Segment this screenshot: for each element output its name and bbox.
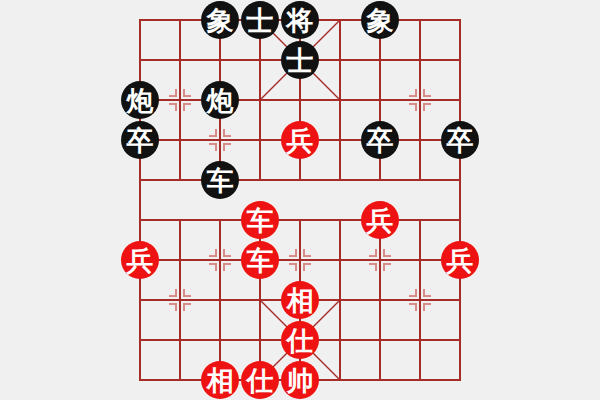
board-point[interactable]: 兵 bbox=[280, 120, 320, 160]
board-point[interactable] bbox=[320, 40, 360, 80]
board-point[interactable] bbox=[160, 160, 200, 200]
board-point[interactable] bbox=[200, 240, 240, 280]
board-point[interactable] bbox=[320, 360, 360, 400]
piece-black-chariot[interactable]: 车 bbox=[201, 161, 239, 199]
board-point[interactable] bbox=[200, 120, 240, 160]
board-point[interactable]: 兵 bbox=[440, 240, 480, 280]
board-point[interactable]: 卒 bbox=[360, 120, 400, 160]
board-point[interactable] bbox=[400, 240, 440, 280]
board-point[interactable] bbox=[360, 280, 400, 320]
piece-red-general[interactable]: 帅 bbox=[281, 361, 319, 399]
board-point[interactable]: 象 bbox=[360, 0, 400, 40]
board-point[interactable] bbox=[440, 40, 480, 80]
board-point[interactable] bbox=[160, 80, 200, 120]
piece-red-advisor[interactable]: 仕 bbox=[281, 321, 319, 359]
board-point[interactable]: 炮 bbox=[200, 80, 240, 120]
board-point[interactable] bbox=[440, 160, 480, 200]
board-point[interactable] bbox=[280, 80, 320, 120]
board-point[interactable] bbox=[400, 200, 440, 240]
board-point[interactable] bbox=[320, 120, 360, 160]
board-point[interactable] bbox=[440, 320, 480, 360]
board-point[interactable] bbox=[160, 0, 200, 40]
board-point[interactable] bbox=[120, 200, 160, 240]
board-point[interactable] bbox=[400, 280, 440, 320]
piece-black-general[interactable]: 将 bbox=[281, 1, 319, 39]
board-point[interactable] bbox=[440, 280, 480, 320]
board-point[interactable] bbox=[160, 120, 200, 160]
piece-black-cannon[interactable]: 炮 bbox=[121, 81, 159, 119]
board-point[interactable] bbox=[320, 160, 360, 200]
board-point[interactable] bbox=[360, 360, 400, 400]
board-points-grid: 象士将象士炮炮卒兵卒卒车车兵兵车兵相仕相仕帅 bbox=[120, 0, 480, 400]
board-point[interactable] bbox=[160, 360, 200, 400]
piece-red-elephant[interactable]: 相 bbox=[201, 361, 239, 399]
board-point[interactable]: 相 bbox=[280, 280, 320, 320]
piece-red-pawn[interactable]: 兵 bbox=[121, 241, 159, 279]
board-point[interactable] bbox=[160, 40, 200, 80]
piece-black-pawn[interactable]: 卒 bbox=[441, 121, 479, 159]
board-point[interactable]: 车 bbox=[200, 160, 240, 200]
board-point[interactable] bbox=[400, 320, 440, 360]
board-point[interactable] bbox=[120, 320, 160, 360]
piece-red-pawn[interactable]: 兵 bbox=[281, 121, 319, 159]
board-point[interactable] bbox=[400, 360, 440, 400]
board-point[interactable]: 相 bbox=[200, 360, 240, 400]
board-point[interactable] bbox=[440, 0, 480, 40]
board-point[interactable] bbox=[400, 120, 440, 160]
board-point[interactable] bbox=[240, 40, 280, 80]
board-point[interactable] bbox=[200, 320, 240, 360]
board-point[interactable]: 象 bbox=[200, 0, 240, 40]
board-point[interactable] bbox=[160, 200, 200, 240]
board-point[interactable] bbox=[120, 360, 160, 400]
board-point[interactable] bbox=[280, 160, 320, 200]
board-point[interactable] bbox=[240, 320, 280, 360]
piece-red-advisor[interactable]: 仕 bbox=[241, 361, 279, 399]
board-point[interactable]: 车 bbox=[240, 200, 280, 240]
board-point[interactable] bbox=[320, 320, 360, 360]
piece-black-cannon[interactable]: 炮 bbox=[201, 81, 239, 119]
piece-black-elephant[interactable]: 象 bbox=[201, 1, 239, 39]
board-point[interactable]: 士 bbox=[280, 40, 320, 80]
board-point[interactable] bbox=[160, 280, 200, 320]
board-point[interactable] bbox=[360, 40, 400, 80]
piece-black-advisor[interactable]: 士 bbox=[281, 41, 319, 79]
board-point[interactable] bbox=[320, 280, 360, 320]
board-point[interactable] bbox=[240, 80, 280, 120]
board-point[interactable] bbox=[360, 240, 400, 280]
board-point[interactable] bbox=[320, 80, 360, 120]
board-point[interactable]: 士 bbox=[240, 0, 280, 40]
board-point[interactable] bbox=[120, 280, 160, 320]
board-point[interactable] bbox=[400, 0, 440, 40]
board-point[interactable] bbox=[240, 160, 280, 200]
board-point[interactable]: 炮 bbox=[120, 80, 160, 120]
board-point[interactable]: 兵 bbox=[120, 240, 160, 280]
board-point[interactable] bbox=[200, 200, 240, 240]
piece-black-pawn[interactable]: 卒 bbox=[361, 121, 399, 159]
piece-red-pawn[interactable]: 兵 bbox=[361, 201, 399, 239]
board-point[interactable] bbox=[360, 160, 400, 200]
board-point[interactable] bbox=[120, 40, 160, 80]
piece-black-elephant[interactable]: 象 bbox=[361, 1, 399, 39]
board-point[interactable]: 仕 bbox=[280, 320, 320, 360]
board-point[interactable] bbox=[360, 80, 400, 120]
board-point[interactable] bbox=[320, 200, 360, 240]
board-point[interactable] bbox=[280, 240, 320, 280]
board-point[interactable] bbox=[160, 320, 200, 360]
board-point[interactable] bbox=[280, 200, 320, 240]
board-point[interactable] bbox=[400, 160, 440, 200]
board-point[interactable]: 兵 bbox=[360, 200, 400, 240]
board-point[interactable] bbox=[240, 280, 280, 320]
piece-red-pawn[interactable]: 兵 bbox=[441, 241, 479, 279]
board-point[interactable] bbox=[320, 0, 360, 40]
board-point[interactable]: 仕 bbox=[240, 360, 280, 400]
board-point[interactable] bbox=[200, 280, 240, 320]
board-point[interactable]: 车 bbox=[240, 240, 280, 280]
board-point[interactable] bbox=[360, 320, 400, 360]
board-point[interactable] bbox=[120, 0, 160, 40]
board-point[interactable] bbox=[240, 120, 280, 160]
piece-black-advisor[interactable]: 士 bbox=[241, 1, 279, 39]
board-point[interactable] bbox=[320, 240, 360, 280]
board-point[interactable] bbox=[120, 160, 160, 200]
board-point[interactable] bbox=[440, 80, 480, 120]
board-point[interactable] bbox=[440, 360, 480, 400]
piece-red-chariot[interactable]: 车 bbox=[241, 201, 279, 239]
board-point[interactable] bbox=[440, 200, 480, 240]
piece-red-chariot[interactable]: 车 bbox=[241, 241, 279, 279]
board-point[interactable] bbox=[200, 40, 240, 80]
piece-red-elephant[interactable]: 相 bbox=[281, 281, 319, 319]
piece-black-pawn[interactable]: 卒 bbox=[121, 121, 159, 159]
board-point[interactable]: 将 bbox=[280, 0, 320, 40]
board-point[interactable]: 卒 bbox=[440, 120, 480, 160]
board-point[interactable] bbox=[400, 40, 440, 80]
xiangqi-board: 象士将象士炮炮卒兵卒卒车车兵兵车兵相仕相仕帅 bbox=[0, 0, 600, 400]
board-point[interactable] bbox=[400, 80, 440, 120]
board-point[interactable]: 帅 bbox=[280, 360, 320, 400]
board-point[interactable]: 卒 bbox=[120, 120, 160, 160]
board-point[interactable] bbox=[160, 240, 200, 280]
